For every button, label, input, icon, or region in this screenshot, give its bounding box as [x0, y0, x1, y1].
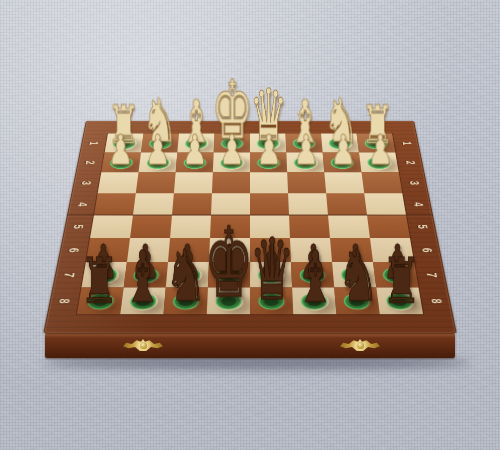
square-d2: ♟	[250, 152, 287, 172]
square-a4	[364, 193, 406, 215]
rank-label-left-1: 1	[85, 140, 103, 147]
rank-label-right-4: 4	[408, 200, 427, 208]
rank-label-left-3: 3	[77, 179, 96, 186]
black-rook: ♜	[79, 249, 119, 312]
square-e2: ♟	[213, 152, 250, 172]
black-rook: ♜	[381, 249, 421, 312]
square-h4	[94, 193, 136, 215]
square-a2: ♟	[359, 152, 399, 172]
rank-label-right-2: 2	[401, 159, 419, 166]
black-knight: ♞	[337, 241, 380, 312]
background-fabric: ♜♞♝♚♛♝♞♜♟♟♟♟♟♟♟♟♟♟♟♟♟♟♟♟♜♝♞♚♛♝♞♜ 1234567…	[0, 0, 500, 450]
square-b4	[326, 193, 367, 215]
white-pawn: ♟	[256, 129, 282, 170]
square-f3	[174, 172, 213, 193]
square-g3	[136, 172, 176, 193]
square-c8: ♝	[292, 287, 336, 314]
brass-latch-left	[123, 339, 163, 352]
chess-board: ♜♞♝♚♛♝♞♜♟♟♟♟♟♟♟♟♟♟♟♟♟♟♟♟♜♝♞♚♛♝♞♜ 1234567…	[43, 121, 457, 334]
square-g2: ♟	[138, 152, 177, 172]
square-d3	[250, 172, 288, 193]
white-pawn: ♟	[219, 129, 245, 170]
square-c3	[287, 172, 326, 193]
rank-label-right-3: 3	[405, 179, 424, 186]
rank-label-left-2: 2	[81, 159, 99, 166]
rank-label-left-7: 7	[58, 270, 79, 279]
square-g4	[133, 193, 174, 215]
board-frame: ♜♞♝♚♛♝♞♜♟♟♟♟♟♟♟♟♟♟♟♟♟♟♟♟♜♝♞♚♛♝♞♜ 1234567…	[43, 121, 457, 334]
square-d4	[250, 193, 289, 215]
square-b2: ♟	[323, 152, 362, 172]
square-h3	[98, 172, 139, 193]
white-pawn: ♟	[367, 129, 393, 170]
black-king: ♚	[204, 215, 254, 312]
square-b8: ♞	[334, 287, 380, 314]
board-front-edge	[45, 333, 455, 358]
square-c4	[288, 193, 328, 215]
black-knight: ♞	[164, 241, 207, 312]
black-bishop: ♝	[295, 241, 335, 312]
square-e3	[212, 172, 250, 193]
rank-label-left-4: 4	[72, 200, 91, 208]
square-b3	[324, 172, 364, 193]
white-pawn: ♟	[330, 129, 356, 170]
board-field: ♜♞♝♚♛♝♞♜♟♟♟♟♟♟♟♟♟♟♟♟♟♟♟♟♜♝♞♚♛♝♞♜	[77, 134, 423, 315]
square-g8: ♝	[120, 287, 166, 314]
black-queen: ♛	[249, 227, 295, 313]
square-a3	[362, 172, 403, 193]
rank-label-right-8: 8	[425, 296, 446, 306]
rank-label-right-7: 7	[421, 270, 442, 279]
black-bishop: ♝	[122, 241, 162, 312]
white-pawn: ♟	[293, 129, 319, 170]
square-h2: ♟	[101, 152, 141, 172]
white-pawn: ♟	[107, 129, 133, 170]
brass-latch-right	[340, 339, 380, 352]
square-a8: ♜	[376, 287, 423, 314]
square-e8: ♚	[207, 287, 250, 314]
board-shadow	[43, 356, 471, 370]
square-f2: ♟	[176, 152, 214, 172]
white-pawn: ♟	[144, 129, 170, 170]
white-pawn: ♟	[182, 129, 208, 170]
square-h8: ♜	[77, 287, 124, 314]
square-f8: ♞	[163, 287, 207, 314]
square-d8: ♛	[250, 287, 293, 314]
rank-label-left-5: 5	[68, 222, 88, 230]
square-c2: ♟	[286, 152, 324, 172]
rank-label-right-5: 5	[412, 222, 432, 230]
rank-label-left-8: 8	[53, 296, 74, 306]
rank-label-right-1: 1	[398, 140, 416, 147]
